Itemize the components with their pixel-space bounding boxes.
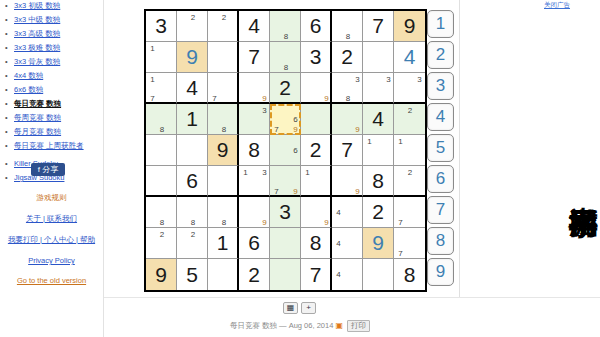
tools-links-row[interactable]: 我要打印 | 个人中心 | 帮助 xyxy=(0,235,103,245)
sidebar-item-3x3-hard[interactable]: 3x3 高级 数独 xyxy=(0,30,103,38)
sidebar-item-4x4[interactable]: 4x4 数独 xyxy=(0,72,103,80)
cell-r3c8[interactable]: 3 xyxy=(363,73,394,104)
cell-r8c2[interactable]: 2 xyxy=(177,228,208,259)
cell-r1c4[interactable]: 4 xyxy=(239,11,270,42)
cell-r5c4[interactable]: 8 xyxy=(239,135,270,166)
pencil-mark-9: 9 xyxy=(260,218,269,227)
pencil-mark-1: 1 xyxy=(148,44,157,53)
cell-r4c1[interactable]: 8 xyxy=(146,104,177,135)
pencil-mark-9: 9 xyxy=(322,218,331,227)
cell-r3c9[interactable]: 3 xyxy=(394,73,425,104)
given-digit: 8 xyxy=(248,138,260,162)
cell-r1c8[interactable]: 7 xyxy=(363,11,394,42)
given-digit: 4 xyxy=(186,76,198,100)
plus-button[interactable]: + xyxy=(301,302,316,314)
watermark-text: 幸福手游网 xyxy=(569,183,599,188)
horizontal-divider xyxy=(104,297,600,298)
cell-r9c1[interactable]: 9 xyxy=(146,259,177,290)
cell-r2c1[interactable]: 1 xyxy=(146,42,177,73)
about-links-row[interactable]: 关于 | 联系我们 xyxy=(0,214,103,224)
privacy-policy-link[interactable]: Privacy Policy xyxy=(28,256,75,265)
pencil-mark-7: 7 xyxy=(272,125,281,134)
cell-r1c1[interactable]: 3 xyxy=(146,11,177,42)
sidebar-link[interactable]: 3x3 骨灰 数独 xyxy=(14,57,60,66)
given-digit: 4 xyxy=(248,14,260,38)
number-panel: 1 2 3 4 5 6 7 8 9 xyxy=(427,10,454,289)
cell-r4c7[interactable]: 9 xyxy=(332,104,363,135)
sidebar-item-monthly-contest[interactable]: 每月竞赛 数独 xyxy=(0,128,103,136)
pencil-mark-1: 1 xyxy=(241,168,250,177)
cell-r8c3[interactable]: 1 xyxy=(208,228,239,259)
pencil-mark-8: 8 xyxy=(158,218,167,227)
pencil-mark-8: 8 xyxy=(220,218,229,227)
number-button-2[interactable]: 2 xyxy=(427,41,454,69)
cell-r8c6[interactable]: 8 xyxy=(301,228,332,259)
given-digit: 6 xyxy=(186,169,198,193)
cell-r9c9[interactable]: 8 xyxy=(394,259,425,290)
cell-r3c4[interactable]: 9 xyxy=(239,73,270,104)
pencil-mark-1: 1 xyxy=(148,75,157,84)
given-digit: 1 xyxy=(186,107,198,131)
pencil-mark-3: 3 xyxy=(384,75,393,84)
sidebar-link[interactable]: 6x6 数独 xyxy=(14,85,43,94)
cell-r6c4[interactable]: 13 xyxy=(239,166,270,197)
pencil-mark-3: 3 xyxy=(260,168,269,177)
given-digit: 3 xyxy=(279,200,291,224)
pencil-mark-1: 1 xyxy=(303,168,312,177)
cell-r2c9[interactable]: 4 xyxy=(394,42,425,73)
cell-r9c7[interactable]: 4 xyxy=(332,259,363,290)
pencil-mark-8: 8 xyxy=(220,125,229,134)
cell-r8c4[interactable]: 6 xyxy=(239,228,270,259)
sidebar-item-last-week-winners[interactable]: 每日竞赛 上周获胜者 xyxy=(0,142,103,150)
pencil-mark-2: 2 xyxy=(189,13,198,22)
pencil-mark-9: 9 xyxy=(353,187,362,196)
cell-r1c6[interactable]: 6 xyxy=(301,11,332,42)
given-digit: 2 xyxy=(372,200,384,224)
given-digit: 9 xyxy=(217,138,229,162)
cell-r5c9[interactable]: 1 xyxy=(394,135,425,166)
given-digit: 3 xyxy=(310,45,322,69)
sidebar-item-6x6[interactable]: 6x6 数独 xyxy=(0,86,103,94)
pencil-mark-9: 9 xyxy=(322,94,331,103)
cell-r1c9[interactable]: 9 xyxy=(394,11,425,42)
number-button-3[interactable]: 3 xyxy=(427,72,454,100)
cell-r3c3[interactable]: 7 xyxy=(208,73,239,104)
cell-r5c8[interactable]: 1 xyxy=(363,135,394,166)
given-digit: 4 xyxy=(372,107,384,131)
cell-r6c2[interactable]: 6 xyxy=(177,166,208,197)
cell-r4c8[interactable]: 4 xyxy=(363,104,394,135)
cell-r7c3[interactable]: 8 xyxy=(208,197,239,228)
rules-link[interactable]: 游戏规则 xyxy=(37,193,67,202)
sidebar-item-3x3-extreme[interactable]: 3x3 骨灰 数独 xyxy=(0,58,103,66)
sidebar-link[interactable]: 每月竞赛 数独 xyxy=(14,127,61,136)
close-ad-link[interactable]: 关闭广告 xyxy=(544,1,570,10)
cell-r5c1[interactable] xyxy=(146,135,177,166)
sidebar-item-weekly-contest[interactable]: 每周竞赛 数独 xyxy=(0,114,103,122)
given-digit: 8 xyxy=(310,231,322,255)
cell-r9c6[interactable]: 7 xyxy=(301,259,332,290)
given-digit: 7 xyxy=(248,45,260,69)
pencil-mark-9: 9 xyxy=(291,125,300,134)
cell-r3c1[interactable]: 17 xyxy=(146,73,177,104)
sidebar-link[interactable]: 4x4 数独 xyxy=(14,71,43,80)
pencil-mark-7: 7 xyxy=(272,187,281,196)
cell-r7c2[interactable]: 8 xyxy=(177,197,208,228)
pencil-mark-8: 8 xyxy=(158,125,167,134)
cell-r9c2[interactable]: 5 xyxy=(177,259,208,290)
sidebar-item-3x3-easy[interactable]: 3x3 初级 数独 xyxy=(0,2,103,10)
number-button-8[interactable]: 8 xyxy=(427,227,454,255)
sidebar-link[interactable]: 3x3 中级 数独 xyxy=(14,15,60,24)
cell-r4c9[interactable]: 2 xyxy=(394,104,425,135)
cell-r8c9[interactable]: 7 xyxy=(394,228,425,259)
cell-r1c3[interactable]: 2 xyxy=(208,11,239,42)
given-digit: 1 xyxy=(217,231,229,255)
cell-r5c6[interactable]: 2 xyxy=(301,135,332,166)
cell-r4c3[interactable]: 8 xyxy=(208,104,239,135)
pencil-mark-2: 2 xyxy=(406,168,415,177)
sidebar-item-daily-contest[interactable]: 每日竞赛 数独 xyxy=(0,100,103,108)
cell-r7c4[interactable]: 9 xyxy=(239,197,270,228)
pencil-mark-2: 2 xyxy=(220,13,229,22)
pencil-mark-9: 9 xyxy=(291,187,300,196)
cell-r7c6[interactable]: 9 xyxy=(301,197,332,228)
entered-digit: 9 xyxy=(186,45,198,69)
board-toolbar: ▦ + xyxy=(283,302,316,314)
pencil-mark-3: 3 xyxy=(260,106,269,115)
cell-r8c1[interactable]: 2 xyxy=(146,228,177,259)
given-digit: 9 xyxy=(155,263,167,287)
cell-r2c4[interactable]: 7 xyxy=(239,42,270,73)
cell-r3c2[interactable]: 4 xyxy=(177,73,208,104)
cell-r9c5[interactable] xyxy=(270,259,301,290)
cell-r9c3[interactable] xyxy=(208,259,239,290)
puzzle-caption: 每日竞赛 数独 — Aug 06, 2014 xyxy=(230,321,333,330)
cell-r4c6[interactable] xyxy=(301,104,332,135)
footer: 每日竞赛 数独 — Aug 06, 2014 ▣ 打印 xyxy=(180,320,420,332)
cell-r6c9[interactable]: 2 xyxy=(394,166,425,197)
cell-r3c7[interactable]: 38 xyxy=(332,73,363,104)
about-contact-links[interactable]: 关于 | 联系我们 xyxy=(26,214,77,223)
pencil-mark-8: 8 xyxy=(344,32,353,41)
pencil-mark-7: 7 xyxy=(396,218,405,227)
given-digit: 6 xyxy=(248,231,260,255)
sidebar-link-current[interactable]: 每日竞赛 数独 xyxy=(14,99,61,108)
cell-r9c4[interactable]: 2 xyxy=(239,259,270,290)
pencil-mark-4: 4 xyxy=(334,239,343,248)
cell-r7c9[interactable]: 7 xyxy=(394,197,425,228)
cell-r1c5[interactable]: 8 xyxy=(270,11,301,42)
sidebar-link[interactable]: 每周竞赛 数独 xyxy=(14,113,61,122)
save-icon: ▦ xyxy=(287,303,295,312)
print-button[interactable]: 打印 xyxy=(347,320,370,332)
cell-r1c7[interactable]: 8 xyxy=(332,11,363,42)
sidebar-link[interactable]: 3x3 初级 数独 xyxy=(14,1,60,10)
given-digit: 2 xyxy=(341,45,353,69)
given-digit: 5 xyxy=(186,263,198,287)
given-digit: 9 xyxy=(404,14,416,38)
cell-r6c3[interactable] xyxy=(208,166,239,197)
pencil-mark-6: 6 xyxy=(291,115,300,124)
pencil-mark-1: 1 xyxy=(365,137,374,146)
rules-link-row[interactable]: 游戏规则 xyxy=(0,193,103,203)
pencil-mark-2: 2 xyxy=(189,230,198,239)
cell-r6c1[interactable] xyxy=(146,166,177,197)
cell-r7c5[interactable]: 3 xyxy=(270,197,301,228)
pencil-mark-8: 8 xyxy=(282,32,291,41)
sudoku-board: 3224868791978324174792938338183679942986… xyxy=(144,9,427,292)
cell-r4c5[interactable]: 679 xyxy=(270,104,301,135)
cell-r8c7[interactable]: 4 xyxy=(332,228,363,259)
cell-r6c6[interactable]: 1 xyxy=(301,166,332,197)
privacy-link-row[interactable]: Privacy Policy xyxy=(0,256,103,265)
cell-r3c6[interactable]: 9 xyxy=(301,73,332,104)
cell-r5c2[interactable] xyxy=(177,135,208,166)
pencil-mark-6: 6 xyxy=(291,146,300,155)
cell-r2c3[interactable] xyxy=(208,42,239,73)
print-account-help-links[interactable]: 我要打印 | 个人中心 | 帮助 xyxy=(8,235,95,244)
cell-r2c5[interactable]: 8 xyxy=(270,42,301,73)
cell-r4c4[interactable]: 3 xyxy=(239,104,270,135)
pencil-mark-1: 1 xyxy=(396,137,405,146)
given-digit: 2 xyxy=(279,76,291,100)
pencil-mark-7: 7 xyxy=(396,249,405,258)
number-button-9[interactable]: 9 xyxy=(427,258,454,286)
page: 关闭广告 3x3 初级 数独 3x3 中级 数独 3x3 高级 数独 3x3 极… xyxy=(0,0,600,337)
cell-r7c8[interactable]: 2 xyxy=(363,197,394,228)
cell-r6c8[interactable]: 8 xyxy=(363,166,394,197)
pencil-mark-8: 8 xyxy=(344,94,353,103)
pencil-mark-4: 4 xyxy=(334,208,343,217)
cell-r6c7[interactable]: 9 xyxy=(332,166,363,197)
old-version-link-row[interactable]: Go to the old version xyxy=(0,276,103,285)
plus-icon: + xyxy=(306,303,311,312)
given-digit: 8 xyxy=(372,169,384,193)
pencil-mark-3: 3 xyxy=(353,75,362,84)
number-button-7[interactable]: 7 xyxy=(427,196,454,224)
sidebar-link[interactable]: 每日竞赛 上周获胜者 xyxy=(14,141,84,150)
number-button-6[interactable]: 6 xyxy=(427,165,454,193)
sidebar-item-3x3-medium[interactable]: 3x3 中级 数独 xyxy=(0,16,103,24)
given-digit: 7 xyxy=(310,263,322,287)
given-digit: 2 xyxy=(248,263,260,287)
cell-r4c2[interactable]: 1 xyxy=(177,104,208,135)
number-button-4[interactable]: 4 xyxy=(427,103,454,131)
sidebar-link[interactable]: 3x3 高级 数独 xyxy=(14,29,60,38)
pencil-mark-2: 2 xyxy=(406,106,415,115)
cell-r9c8[interactable] xyxy=(363,259,394,290)
cell-r2c7[interactable]: 2 xyxy=(332,42,363,73)
cell-r2c6[interactable]: 3 xyxy=(301,42,332,73)
number-button-5[interactable]: 5 xyxy=(427,134,454,162)
orange-badge-icon: ▣ xyxy=(335,321,343,330)
sidebar: 3x3 初级 数独 3x3 中级 数独 3x3 高级 数独 3x3 极难 数独 … xyxy=(0,0,104,337)
vertical-divider xyxy=(459,0,460,297)
cell-r2c2[interactable]: 9 xyxy=(177,42,208,73)
given-digit: 7 xyxy=(341,138,353,162)
pencil-mark-9: 9 xyxy=(260,94,269,103)
pencil-mark-3: 3 xyxy=(415,75,424,84)
cell-r1c2[interactable]: 2 xyxy=(177,11,208,42)
cell-r8c5[interactable] xyxy=(270,228,301,259)
sidebar-item-3x3-expert[interactable]: 3x3 极难 数独 xyxy=(0,44,103,52)
number-button-1[interactable]: 1 xyxy=(427,10,454,38)
given-digit: 7 xyxy=(372,14,384,38)
pencil-mark-8: 8 xyxy=(282,63,291,72)
pencil-mark-8: 8 xyxy=(189,218,198,227)
pencil-mark-7: 7 xyxy=(210,94,219,103)
cell-r3c5[interactable]: 2 xyxy=(270,73,301,104)
sidebar-menu: 3x3 初级 数独 3x3 中级 数独 3x3 高级 数独 3x3 极难 数独 … xyxy=(0,2,103,182)
facebook-share-button[interactable]: f 分享 xyxy=(31,163,65,176)
cell-r8c8[interactable]: 9 xyxy=(363,228,394,259)
pencil-mark-4: 4 xyxy=(334,270,343,279)
given-digit: 2 xyxy=(310,138,322,162)
given-digit: 6 xyxy=(310,14,322,38)
given-digit: 3 xyxy=(155,14,167,38)
cell-r2c8[interactable] xyxy=(363,42,394,73)
entered-digit: 9 xyxy=(372,231,384,255)
cell-r6c5[interactable]: 79 xyxy=(270,166,301,197)
cell-r5c5[interactable]: 6 xyxy=(270,135,301,166)
pencil-mark-2: 2 xyxy=(158,230,167,239)
entered-digit: 4 xyxy=(404,45,416,69)
cell-r7c7[interactable]: 4 xyxy=(332,197,363,228)
pencil-mark-7: 7 xyxy=(148,94,157,103)
old-version-link[interactable]: Go to the old version xyxy=(17,276,86,285)
cell-r7c1[interactable]: 8 xyxy=(146,197,177,228)
cell-r5c3[interactable]: 9 xyxy=(208,135,239,166)
save-button[interactable]: ▦ xyxy=(283,302,298,314)
pencil-mark-9: 9 xyxy=(353,125,362,134)
sidebar-link[interactable]: 3x3 极难 数独 xyxy=(14,43,60,52)
given-digit: 8 xyxy=(404,263,416,287)
cell-r5c7[interactable]: 7 xyxy=(332,135,363,166)
